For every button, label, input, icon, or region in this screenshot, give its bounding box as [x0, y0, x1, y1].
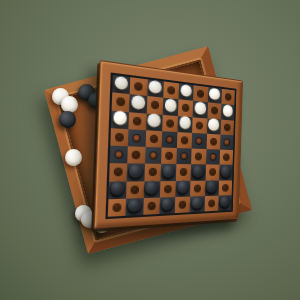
square-b3[interactable] — [127, 164, 145, 181]
square-f1[interactable] — [190, 196, 205, 212]
square-h4[interactable] — [219, 150, 233, 165]
square-f6[interactable] — [192, 117, 207, 134]
square-c5[interactable] — [145, 130, 162, 148]
square-a8[interactable] — [112, 75, 130, 94]
square-d6[interactable] — [162, 114, 178, 131]
peg-hole — [167, 120, 173, 126]
white-peg[interactable] — [222, 104, 232, 117]
white-peg[interactable] — [179, 116, 191, 129]
square-f5[interactable] — [192, 133, 207, 149]
peg-hole — [115, 169, 122, 176]
peg-hole — [134, 135, 140, 142]
square-b8[interactable] — [130, 77, 147, 96]
square-b1[interactable] — [126, 198, 144, 216]
square-g1[interactable] — [204, 195, 218, 211]
square-d5[interactable] — [161, 131, 177, 148]
square-b4[interactable] — [128, 146, 146, 164]
peg-hole — [181, 153, 187, 159]
black-peg[interactable] — [206, 180, 217, 192]
square-c3[interactable] — [144, 164, 161, 181]
white-peg[interactable] — [148, 114, 161, 128]
peg-hole — [181, 169, 187, 175]
square-f8[interactable] — [193, 85, 208, 102]
square-e6[interactable] — [177, 116, 192, 133]
peg-hole — [211, 139, 216, 145]
square-g8[interactable] — [208, 87, 222, 104]
square-a6[interactable] — [111, 110, 129, 129]
square-b2[interactable] — [126, 181, 144, 199]
square-e7[interactable] — [178, 99, 193, 116]
peg-hole — [224, 154, 229, 160]
peg-hole — [223, 185, 228, 191]
square-g6[interactable] — [207, 118, 221, 134]
square-g5[interactable] — [206, 134, 220, 150]
square-a5[interactable] — [110, 128, 128, 146]
peg-hole — [210, 170, 215, 176]
peg-hole — [168, 87, 174, 94]
square-d3[interactable] — [160, 164, 176, 181]
peg-hole — [132, 186, 139, 192]
square-f7[interactable] — [193, 101, 208, 118]
square-h8[interactable] — [221, 89, 235, 106]
peg-hole — [150, 136, 156, 142]
black-peg[interactable] — [162, 164, 174, 177]
peg-hole — [136, 83, 142, 90]
square-h7[interactable] — [221, 104, 235, 120]
white-peg[interactable] — [131, 95, 144, 109]
square-d2[interactable] — [160, 181, 176, 198]
square-g4[interactable] — [206, 149, 220, 165]
square-a2[interactable] — [108, 181, 126, 199]
square-h6[interactable] — [220, 119, 234, 135]
peg-hole — [196, 154, 201, 160]
square-b7[interactable] — [129, 94, 147, 113]
square-e4[interactable] — [176, 148, 191, 164]
peg-hole — [167, 136, 173, 142]
tray-piece-white[interactable] — [65, 149, 82, 166]
square-f4[interactable] — [191, 149, 206, 165]
square-a3[interactable] — [109, 163, 127, 181]
square-c6[interactable] — [146, 113, 163, 131]
black-peg[interactable] — [129, 164, 143, 177]
peg-hole — [197, 122, 202, 128]
peg-hole — [133, 152, 139, 158]
tray-piece-white[interactable] — [61, 96, 78, 113]
square-c1[interactable] — [143, 197, 160, 215]
tray-piece-black[interactable] — [59, 111, 76, 128]
square-d8[interactable] — [163, 81, 179, 99]
square-b6[interactable] — [129, 112, 147, 130]
photo-background — [0, 0, 300, 300]
white-peg[interactable] — [164, 98, 176, 112]
peg-hole — [195, 185, 200, 191]
peg-hole — [209, 200, 214, 206]
square-d4[interactable] — [161, 147, 177, 164]
board-grid — [105, 72, 236, 219]
square-h1[interactable] — [218, 195, 232, 211]
black-peg[interactable] — [221, 165, 232, 177]
square-a1[interactable] — [108, 198, 127, 216]
black-peg[interactable] — [145, 181, 158, 194]
black-peg[interactable] — [161, 197, 173, 210]
peg-hole — [116, 134, 123, 141]
peg-hole — [166, 153, 172, 159]
peg-hole — [183, 105, 189, 111]
black-peg[interactable] — [220, 195, 231, 207]
square-g2[interactable] — [205, 180, 219, 196]
square-e2[interactable] — [175, 180, 190, 196]
peg-hole — [225, 124, 230, 130]
peg-hole — [212, 108, 217, 114]
square-h3[interactable] — [219, 165, 233, 180]
square-e5[interactable] — [177, 132, 192, 149]
square-e8[interactable] — [178, 83, 193, 101]
square-e3[interactable] — [176, 164, 191, 180]
peg-hole — [224, 139, 229, 145]
white-peg[interactable] — [114, 76, 128, 91]
square-h5[interactable] — [220, 134, 234, 150]
square-e1[interactable] — [175, 196, 191, 213]
peg-hole — [149, 169, 155, 175]
black-peg[interactable] — [111, 181, 125, 195]
square-b5[interactable] — [128, 129, 146, 147]
peg-hole — [198, 91, 203, 97]
white-peg[interactable] — [113, 111, 127, 125]
black-peg[interactable] — [192, 196, 203, 209]
game-board — [94, 60, 243, 229]
square-g7[interactable] — [207, 103, 221, 120]
square-d7[interactable] — [162, 98, 178, 116]
peg-hole — [152, 102, 158, 109]
peg-hole — [197, 138, 202, 144]
square-g3[interactable] — [205, 165, 219, 181]
square-d1[interactable] — [159, 197, 175, 214]
peg-hole — [117, 99, 124, 106]
black-peg[interactable] — [128, 198, 142, 212]
black-peg[interactable] — [177, 181, 189, 194]
peg-hole — [150, 152, 156, 158]
peg-hole — [182, 137, 188, 143]
white-peg[interactable] — [195, 102, 206, 115]
white-peg[interactable] — [149, 80, 162, 94]
white-peg[interactable] — [208, 118, 219, 131]
white-peg[interactable] — [209, 88, 220, 101]
square-c8[interactable] — [147, 79, 164, 98]
peg-hole — [116, 151, 123, 158]
peg-hole — [165, 186, 171, 192]
square-h2[interactable] — [218, 180, 232, 195]
peg-hole — [134, 118, 140, 125]
white-peg[interactable] — [180, 84, 192, 98]
square-f2[interactable] — [190, 180, 205, 196]
black-peg[interactable] — [193, 165, 204, 177]
peg-hole — [180, 202, 186, 208]
square-f3[interactable] — [191, 164, 206, 180]
square-c7[interactable] — [146, 96, 163, 114]
peg-hole — [148, 203, 154, 209]
square-a7[interactable] — [112, 93, 130, 112]
peg-hole — [210, 154, 215, 160]
square-a4[interactable] — [110, 146, 128, 164]
peg-hole — [114, 204, 121, 211]
peg-hole — [226, 94, 231, 100]
square-c2[interactable] — [143, 181, 160, 198]
square-c4[interactable] — [145, 147, 162, 164]
